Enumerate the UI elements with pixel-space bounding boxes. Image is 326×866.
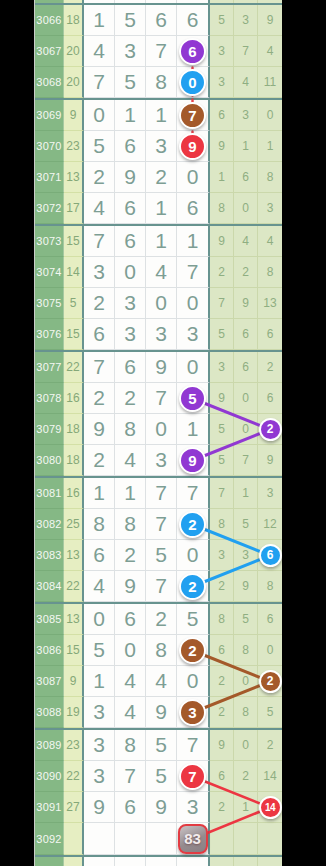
digit-cell-1: 2 xyxy=(84,383,115,414)
stat-cell-3: 0 xyxy=(258,635,282,666)
digit-cell-3: 4 xyxy=(146,666,177,697)
digit-cell-1 xyxy=(84,0,115,3)
digit-cell-1 xyxy=(84,857,115,866)
marker-circle-brown: 2 xyxy=(259,670,282,693)
digit-cell-4: 7 xyxy=(177,100,210,131)
digit-cell-3: 9 xyxy=(146,697,177,728)
sum-value-cell: 22 xyxy=(64,571,84,602)
digit-cell-3: 1 xyxy=(146,193,177,224)
table-row: 3087 9 1 4 4 0 2 0 2 xyxy=(35,666,282,697)
digit-cell-3: 7 xyxy=(146,571,177,602)
issue-number-cell: 3091 xyxy=(35,792,64,823)
stat-cell-2: 6 xyxy=(234,319,258,350)
stat-cell-3: 8 xyxy=(258,257,282,288)
stat-cell-2: 0 xyxy=(234,414,258,445)
sum-value-cell: 25 xyxy=(64,509,84,540)
stat-cell-1 xyxy=(210,0,234,3)
stat-cell-3: 6 xyxy=(258,604,282,635)
stat-cell-3: 0 xyxy=(258,100,282,131)
stat-cell-1: 6 xyxy=(210,100,234,131)
table-row: 3072 17 4 6 1 6 8 0 3 xyxy=(35,193,282,224)
digit-cell-2: 8 xyxy=(115,730,146,761)
stat-cell-1: 8 xyxy=(210,193,234,224)
issue-number-cell: 3085 xyxy=(35,604,64,635)
digit-cell-1: 2 xyxy=(84,445,115,476)
stat-cell-3: 8 xyxy=(258,162,282,193)
sum-value-cell: 20 xyxy=(64,67,84,98)
stat-cell-2: 5 xyxy=(234,604,258,635)
sum-value-cell: 18 xyxy=(64,414,84,445)
digit-cell-2: 4 xyxy=(115,697,146,728)
table-row: 3089 23 3 8 5 7 9 0 2 xyxy=(35,730,282,761)
marker-circle-blue: 2 xyxy=(179,511,206,538)
digit-cell-1: 0 xyxy=(84,100,115,131)
marker-circle-brown: 7 xyxy=(179,102,206,129)
marker-circle-brown: 2 xyxy=(179,637,206,664)
issue-number-cell: 3079 xyxy=(35,414,64,445)
stat-cell-1: 2 xyxy=(210,571,234,602)
table-row: 3070 23 5 6 3 9 9 1 1 xyxy=(35,131,282,162)
stat-cell-3: 6 xyxy=(258,319,282,350)
sum-value-cell: 15 xyxy=(64,226,84,257)
digit-cell-4: 7 xyxy=(177,257,210,288)
issue-number-cell: 3073 xyxy=(35,226,64,257)
stat-cell-3: 11 xyxy=(258,67,282,98)
digit-cell-4: 2 xyxy=(177,571,210,602)
digit-cell-2: 4 xyxy=(115,445,146,476)
issue-number-cell: 3086 xyxy=(35,635,64,666)
stat-cell-1: 7 xyxy=(210,288,234,319)
digit-cell-4: 0 xyxy=(177,162,210,193)
partial-row xyxy=(35,857,282,866)
stat-cell-1: 9 xyxy=(210,383,234,414)
stat-cell-2: 2 xyxy=(234,761,258,792)
digit-cell-3: 9 xyxy=(146,352,177,383)
sum-value-cell: 5 xyxy=(64,288,84,319)
table-row: 3083 13 6 2 5 0 3 3 6 xyxy=(35,540,282,571)
stat-cell-2: 7 xyxy=(234,445,258,476)
digit-cell-4: 9 xyxy=(177,445,210,476)
issue-number-cell: 3074 xyxy=(35,257,64,288)
issue-number-cell: 3090 xyxy=(35,761,64,792)
stat-cell-3: 6 xyxy=(258,383,282,414)
digit-cell-4: 7 xyxy=(177,761,210,792)
issue-number-cell xyxy=(35,857,64,866)
stat-cell-3: 2 xyxy=(258,414,282,445)
issue-number-cell: 3088 xyxy=(35,697,64,728)
table-row: 3078 16 2 2 7 5 9 0 6 xyxy=(35,383,282,414)
digit-cell-2: 1 xyxy=(115,478,146,509)
digit-cell-3: 5 xyxy=(146,761,177,792)
digit-cell-4: 1 xyxy=(177,414,210,445)
sum-value-cell: 15 xyxy=(64,319,84,350)
stat-cell-1: 3 xyxy=(210,540,234,571)
stat-cell-2: 1 xyxy=(234,478,258,509)
sum-value-cell xyxy=(64,823,84,855)
stat-cell-2: 2 xyxy=(234,257,258,288)
table-row: 3074 14 3 0 4 7 2 2 8 xyxy=(35,257,282,288)
digit-cell-3: 6 xyxy=(146,5,177,36)
digit-cell-1: 7 xyxy=(84,67,115,98)
digit-cell-1: 3 xyxy=(84,257,115,288)
digit-cell-3: 5 xyxy=(146,730,177,761)
digit-cell-3 xyxy=(146,0,177,3)
issue-number-cell: 3070 xyxy=(35,131,64,162)
sum-value-cell: 18 xyxy=(64,445,84,476)
issue-number-cell: 3087 xyxy=(35,666,64,697)
sum-value-cell: 17 xyxy=(64,193,84,224)
stat-cell-1: 2 xyxy=(210,666,234,697)
stat-cell-3 xyxy=(258,0,282,3)
digit-cell-2: 9 xyxy=(115,162,146,193)
digit-cell-2: 5 xyxy=(115,67,146,98)
marker-circle-purple: 2 xyxy=(259,418,282,441)
digit-cell-3 xyxy=(146,857,177,866)
stat-cell-2: 8 xyxy=(234,635,258,666)
stat-cell-1: 1 xyxy=(210,162,234,193)
digit-cell-3: 0 xyxy=(146,414,177,445)
stat-cell-3: 5 xyxy=(258,697,282,728)
stat-cell-2: 7 xyxy=(234,36,258,67)
digit-cell-4: 0 xyxy=(177,67,210,98)
stat-cell-3 xyxy=(258,857,282,866)
digit-cell-4: 9 xyxy=(177,131,210,162)
stat-cell-2: 9 xyxy=(234,288,258,319)
stat-cell-2: 0 xyxy=(234,666,258,697)
stat-cell-1: 5 xyxy=(210,5,234,36)
issue-number-cell: 3082 xyxy=(35,509,64,540)
digit-cell-1: 0 xyxy=(84,604,115,635)
digit-cell-4: 6 xyxy=(177,193,210,224)
stat-cell-1: 3 xyxy=(210,67,234,98)
stat-cell-3: 8 xyxy=(258,571,282,602)
table-row: 3090 22 3 7 5 7 6 2 14 xyxy=(35,761,282,792)
table-row: 3073 15 7 6 1 1 9 4 4 xyxy=(35,226,282,257)
stat-cell-3: 13 xyxy=(258,288,282,319)
stat-cell-2: 8 xyxy=(234,697,258,728)
sum-value-cell: 23 xyxy=(64,131,84,162)
digit-cell-3: 8 xyxy=(146,67,177,98)
stat-cell-2: 3 xyxy=(234,100,258,131)
stat-cell-3: 4 xyxy=(258,36,282,67)
digit-cell-2: 6 xyxy=(115,193,146,224)
lottery-trend-chart[interactable]: 3066 18 1 5 6 6 5 3 9 3067 20 4 3 7 6 3 … xyxy=(34,0,282,866)
digit-cell-1: 3 xyxy=(84,761,115,792)
sum-value-cell: 9 xyxy=(64,666,84,697)
sum-value-cell: 20 xyxy=(64,36,84,67)
stat-cell-2: 6 xyxy=(234,352,258,383)
digit-cell-3: 3 xyxy=(146,445,177,476)
digit-cell-1: 1 xyxy=(84,666,115,697)
digit-cell-1: 2 xyxy=(84,288,115,319)
stat-cell-1: 9 xyxy=(210,730,234,761)
partial-row xyxy=(35,0,282,3)
issue-number-cell: 3089 xyxy=(35,730,64,761)
table-row: 3066 18 1 5 6 6 5 3 9 xyxy=(35,5,282,36)
table-row: 3085 13 0 6 2 5 8 5 6 xyxy=(35,604,282,635)
digit-cell-3: 9 xyxy=(146,792,177,823)
digit-cell-4: 0 xyxy=(177,352,210,383)
digit-cell-3: 7 xyxy=(146,383,177,414)
marker-circle-purple: 6 xyxy=(179,38,206,65)
stat-cell-1: 2 xyxy=(210,697,234,728)
stat-cell-2: 4 xyxy=(234,67,258,98)
table-row: 3067 20 4 3 7 6 3 7 4 xyxy=(35,36,282,67)
digit-cell-3 xyxy=(146,823,177,855)
issue-number-cell: 3069 xyxy=(35,100,64,131)
digit-cell-4: 1 xyxy=(177,226,210,257)
digit-cell-4: 5 xyxy=(177,383,210,414)
stat-cell-1: 2 xyxy=(210,792,234,823)
digit-cell-3: 1 xyxy=(146,226,177,257)
marker-circle-blue: 6 xyxy=(259,544,282,567)
marker-circle-red: 7 xyxy=(179,763,206,790)
stat-cell-1: 2 xyxy=(210,257,234,288)
sum-value-cell: 15 xyxy=(64,635,84,666)
stat-cell-2: 0 xyxy=(234,193,258,224)
digit-cell-3: 2 xyxy=(146,604,177,635)
table-row: 3092 83 xyxy=(35,823,282,855)
stat-cell-1: 5 xyxy=(210,445,234,476)
digit-cell-1: 3 xyxy=(84,697,115,728)
digit-cell-4: 3 xyxy=(177,697,210,728)
digit-cell-2: 6 xyxy=(115,604,146,635)
issue-number-cell: 3076 xyxy=(35,319,64,350)
stat-cell-1: 5 xyxy=(210,414,234,445)
stat-cell-2: 3 xyxy=(234,540,258,571)
digit-cell-2: 9 xyxy=(115,571,146,602)
digit-cell-4: 0 xyxy=(177,666,210,697)
digit-cell-2: 0 xyxy=(115,257,146,288)
stat-cell-2 xyxy=(234,823,258,855)
table-row: 3086 15 5 0 8 2 6 8 0 xyxy=(35,635,282,666)
stat-cell-3: 14 xyxy=(258,792,282,823)
stat-cell-3: 2 xyxy=(258,730,282,761)
sum-value-cell: 27 xyxy=(64,792,84,823)
table-row: 3082 25 8 8 7 2 8 5 12 xyxy=(35,509,282,540)
digit-cell-1: 9 xyxy=(84,792,115,823)
stat-cell-1: 3 xyxy=(210,352,234,383)
sum-value-cell: 9 xyxy=(64,100,84,131)
digit-cell-1: 5 xyxy=(84,635,115,666)
issue-number-cell: 3083 xyxy=(35,540,64,571)
stat-cell-3: 1 xyxy=(258,131,282,162)
digit-cell-1: 3 xyxy=(84,730,115,761)
stat-cell-1: 6 xyxy=(210,761,234,792)
stat-cell-3: 4 xyxy=(258,226,282,257)
stat-cell-3: 12 xyxy=(258,509,282,540)
digit-cell-3: 7 xyxy=(146,36,177,67)
stat-cell-2: 1 xyxy=(234,131,258,162)
digit-cell-1: 4 xyxy=(84,571,115,602)
digit-cell-1: 9 xyxy=(84,414,115,445)
digit-cell-2: 1 xyxy=(115,100,146,131)
digit-cell-1: 6 xyxy=(84,319,115,350)
digit-cell-2: 2 xyxy=(115,383,146,414)
stat-cell-1 xyxy=(210,823,234,855)
marker-circle-brown: 3 xyxy=(179,699,206,726)
stat-cell-1: 3 xyxy=(210,36,234,67)
digit-cell-4: 5 xyxy=(177,604,210,635)
issue-number-cell: 3084 xyxy=(35,571,64,602)
stat-cell-1: 7 xyxy=(210,478,234,509)
digit-cell-1: 2 xyxy=(84,162,115,193)
issue-number-cell: 3080 xyxy=(35,445,64,476)
stat-cell-3: 3 xyxy=(258,478,282,509)
issue-number-cell: 3081 xyxy=(35,478,64,509)
stat-cell-2 xyxy=(234,857,258,866)
stat-cell-3: 14 xyxy=(258,761,282,792)
digit-cell-4: 2 xyxy=(177,509,210,540)
table-row: 3076 15 6 3 3 3 5 6 6 xyxy=(35,319,282,350)
digit-cell-2: 2 xyxy=(115,540,146,571)
digit-cell-4: 6 xyxy=(177,5,210,36)
issue-number-cell: 3067 xyxy=(35,36,64,67)
digit-cell-1: 7 xyxy=(84,352,115,383)
marker-circle-purple: 9 xyxy=(179,447,206,474)
digit-cell-3: 4 xyxy=(146,257,177,288)
digit-cell-3: 8 xyxy=(146,635,177,666)
digit-cell-2: 6 xyxy=(115,131,146,162)
stat-cell-3: 2 xyxy=(258,352,282,383)
stat-cell-1 xyxy=(210,857,234,866)
digit-cell-2: 3 xyxy=(115,288,146,319)
sum-value-cell: 13 xyxy=(64,604,84,635)
table-row: 3081 16 1 1 7 7 7 1 3 xyxy=(35,478,282,509)
next-issue-badge: 83 xyxy=(178,824,208,854)
digit-cell-2: 6 xyxy=(115,352,146,383)
table-row: 3068 20 7 5 8 0 3 4 11 xyxy=(35,67,282,98)
issue-number-cell: 3092 xyxy=(35,823,64,855)
table-row: 3071 13 2 9 2 0 1 6 8 xyxy=(35,162,282,193)
stat-cell-3: 9 xyxy=(258,445,282,476)
sum-value-cell xyxy=(64,0,84,3)
marker-circle-purple: 5 xyxy=(179,385,206,412)
stat-cell-2: 5 xyxy=(234,509,258,540)
digit-cell-1: 1 xyxy=(84,478,115,509)
table-row: 3077 22 7 6 9 0 3 6 2 xyxy=(35,352,282,383)
digit-cell-4: 7 xyxy=(177,730,210,761)
digit-cell-2: 8 xyxy=(115,414,146,445)
digit-cell-2: 5 xyxy=(115,5,146,36)
digit-cell-2 xyxy=(115,823,146,855)
table-row: 3075 5 2 3 0 0 7 9 13 xyxy=(35,288,282,319)
digit-cell-1: 7 xyxy=(84,226,115,257)
digit-cell-2: 7 xyxy=(115,761,146,792)
issue-number-cell: 3071 xyxy=(35,162,64,193)
digit-cell-1: 4 xyxy=(84,193,115,224)
digit-cell-2: 3 xyxy=(115,319,146,350)
digit-cell-1 xyxy=(84,823,115,855)
stat-cell-2: 1 xyxy=(234,792,258,823)
digit-cell-4: 3 xyxy=(177,792,210,823)
issue-number-cell xyxy=(35,0,64,3)
issue-number-cell: 3068 xyxy=(35,67,64,98)
table-row: 3069 9 0 1 1 7 6 3 0 xyxy=(35,100,282,131)
digit-cell-4: 3 xyxy=(177,319,210,350)
sum-value-cell: 19 xyxy=(64,697,84,728)
issue-number-cell: 3077 xyxy=(35,352,64,383)
digit-cell-1: 5 xyxy=(84,131,115,162)
digit-cell-2: 6 xyxy=(115,226,146,257)
stat-cell-1: 9 xyxy=(210,226,234,257)
digit-cell-4: 6 xyxy=(177,36,210,67)
stat-cell-1: 8 xyxy=(210,509,234,540)
digit-cell-3: 5 xyxy=(146,540,177,571)
sum-value-cell: 14 xyxy=(64,257,84,288)
stat-cell-2: 9 xyxy=(234,571,258,602)
sum-value-cell: 22 xyxy=(64,352,84,383)
digit-cell-3: 7 xyxy=(146,478,177,509)
digit-cell-1: 6 xyxy=(84,540,115,571)
stat-cell-1: 9 xyxy=(210,131,234,162)
marker-circle-red: 9 xyxy=(179,133,206,160)
stat-cell-3: 6 xyxy=(258,540,282,571)
digit-cell-4: 0 xyxy=(177,288,210,319)
stat-cell-1: 8 xyxy=(210,604,234,635)
table-row: 3079 18 9 8 0 1 5 0 2 xyxy=(35,414,282,445)
marker-circle-blue: 2 xyxy=(179,573,206,600)
digit-cell-4: 0 xyxy=(177,540,210,571)
digit-cell-2: 0 xyxy=(115,635,146,666)
digit-cell-4: 7 xyxy=(177,478,210,509)
stat-cell-2: 4 xyxy=(234,226,258,257)
digit-cell-2: 4 xyxy=(115,666,146,697)
digit-cell-3: 3 xyxy=(146,131,177,162)
sum-value-cell: 18 xyxy=(64,5,84,36)
table-row: 3080 18 2 4 3 9 5 7 9 xyxy=(35,445,282,476)
issue-number-cell: 3078 xyxy=(35,383,64,414)
digit-cell-2 xyxy=(115,0,146,3)
stat-cell-2: 6 xyxy=(234,162,258,193)
digit-cell-4: 2 xyxy=(177,635,210,666)
stat-cell-2: 0 xyxy=(234,730,258,761)
digit-cell-4: 83 xyxy=(177,823,210,855)
digit-cell-3: 0 xyxy=(146,288,177,319)
digit-cell-1: 4 xyxy=(84,36,115,67)
stat-cell-3: 9 xyxy=(258,5,282,36)
issue-number-cell: 3066 xyxy=(35,5,64,36)
digit-cell-2 xyxy=(115,857,146,866)
stat-cell-1: 5 xyxy=(210,319,234,350)
digit-cell-3: 2 xyxy=(146,162,177,193)
digit-cell-2: 8 xyxy=(115,509,146,540)
stat-cell-3: 3 xyxy=(258,193,282,224)
digit-cell-1: 8 xyxy=(84,509,115,540)
digit-cell-3: 3 xyxy=(146,319,177,350)
marker-circle-red: 14 xyxy=(259,796,282,819)
sum-value-cell: 13 xyxy=(64,540,84,571)
digit-cell-3: 7 xyxy=(146,509,177,540)
digit-cell-2: 6 xyxy=(115,792,146,823)
digit-cell-2: 3 xyxy=(115,36,146,67)
marker-circle-blue: 0 xyxy=(179,69,206,96)
table-row: 3091 27 9 6 9 3 2 1 14 xyxy=(35,792,282,823)
sum-value-cell xyxy=(64,857,84,866)
stat-cell-2: 3 xyxy=(234,5,258,36)
table-row: 3088 19 3 4 9 3 2 8 5 xyxy=(35,697,282,728)
digit-cell-1: 1 xyxy=(84,5,115,36)
stat-cell-3: 2 xyxy=(258,666,282,697)
sum-value-cell: 16 xyxy=(64,478,84,509)
digit-cell-4 xyxy=(177,0,210,3)
digit-cell-3: 1 xyxy=(146,100,177,131)
digit-cell-4 xyxy=(177,857,210,866)
stat-cell-1: 6 xyxy=(210,635,234,666)
chart-rows: 3066 18 1 5 6 6 5 3 9 3067 20 4 3 7 6 3 … xyxy=(35,0,282,866)
stat-cell-2 xyxy=(234,0,258,3)
stat-cell-3 xyxy=(258,823,282,855)
